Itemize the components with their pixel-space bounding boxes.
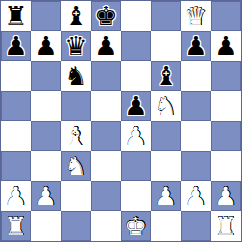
square-e8[interactable] [121,1,151,31]
black-knight-piece: ♞ [61,61,91,91]
square-c6[interactable]: ♞ [61,61,91,91]
square-a7[interactable]: ♟ [1,31,31,61]
white-bishop-piece: ♝♗ [61,121,91,151]
square-h6[interactable] [211,61,241,91]
square-f4[interactable] [151,121,181,151]
square-a5[interactable] [1,91,31,121]
square-b2[interactable]: ♟♙ [31,181,61,211]
square-d5[interactable] [91,91,121,121]
white-rook-piece: ♜♖ [211,211,241,241]
square-c4[interactable]: ♝♗ [61,121,91,151]
square-g2[interactable]: ♟♙ [181,181,211,211]
square-c5[interactable] [61,91,91,121]
square-h1[interactable]: ♜♖ [211,211,241,241]
white-pawn-piece: ♟♙ [211,181,241,211]
square-h2[interactable]: ♟♙ [211,181,241,211]
square-h3[interactable] [211,151,241,181]
square-d4[interactable] [91,121,121,151]
white-king-piece: ♚♔ [121,211,151,241]
chess-board-wrapper: ♜♝♚♛♕♟♟♛♟♟♟♞♝♟♞♘♝♗♟♙♞♘♟♙♟♙♟♙♟♙♟♙♜♖♚♔♜♖ [0,0,242,242]
square-f1[interactable] [151,211,181,241]
square-a3[interactable] [1,151,31,181]
black-pawn-piece: ♟ [1,31,31,61]
square-h4[interactable] [211,121,241,151]
square-g8[interactable]: ♛♕ [181,1,211,31]
square-b1[interactable] [31,211,61,241]
square-a8[interactable]: ♜ [1,1,31,31]
square-f3[interactable] [151,151,181,181]
black-pawn-piece: ♟ [211,31,241,61]
square-g5[interactable] [181,91,211,121]
square-h8[interactable] [211,1,241,31]
black-queen-piece: ♛ [61,31,91,61]
square-b5[interactable] [31,91,61,121]
square-b8[interactable] [31,1,61,31]
white-pawn-piece: ♟♙ [31,181,61,211]
square-f2[interactable]: ♟♙ [151,181,181,211]
square-f7[interactable] [151,31,181,61]
square-b7[interactable]: ♟ [31,31,61,61]
square-d2[interactable] [91,181,121,211]
black-pawn-piece: ♟ [121,91,151,121]
square-f5[interactable]: ♞♘ [151,91,181,121]
black-king-piece: ♚ [91,1,121,31]
square-g7[interactable]: ♟ [181,31,211,61]
square-c1[interactable] [61,211,91,241]
chess-board: ♜♝♚♛♕♟♟♛♟♟♟♞♝♟♞♘♝♗♟♙♞♘♟♙♟♙♟♙♟♙♟♙♜♖♚♔♜♖ [0,0,242,242]
square-f8[interactable] [151,1,181,31]
square-e2[interactable] [121,181,151,211]
square-b6[interactable] [31,61,61,91]
square-d6[interactable] [91,61,121,91]
square-d7[interactable]: ♟ [91,31,121,61]
square-a6[interactable] [1,61,31,91]
square-c8[interactable]: ♝ [61,1,91,31]
square-g6[interactable] [181,61,211,91]
square-e4[interactable]: ♟♙ [121,121,151,151]
square-c3[interactable]: ♞♘ [61,151,91,181]
white-pawn-piece: ♟♙ [181,181,211,211]
black-rook-piece: ♜ [1,1,31,31]
square-d3[interactable] [91,151,121,181]
square-e1[interactable]: ♚♔ [121,211,151,241]
square-b4[interactable] [31,121,61,151]
square-e3[interactable] [121,151,151,181]
square-f6[interactable]: ♝ [151,61,181,91]
white-pawn-piece: ♟♙ [151,181,181,211]
square-a1[interactable]: ♜♖ [1,211,31,241]
white-pawn-piece: ♟♙ [1,181,31,211]
white-knight-piece: ♞♘ [151,91,181,121]
black-bishop-piece: ♝ [151,61,181,91]
square-h5[interactable] [211,91,241,121]
black-pawn-piece: ♟ [181,31,211,61]
square-g1[interactable] [181,211,211,241]
black-pawn-piece: ♟ [91,31,121,61]
square-e6[interactable] [121,61,151,91]
white-knight-piece: ♞♘ [61,151,91,181]
square-a2[interactable]: ♟♙ [1,181,31,211]
square-d1[interactable] [91,211,121,241]
square-d8[interactable]: ♚ [91,1,121,31]
square-b3[interactable] [31,151,61,181]
white-pawn-piece: ♟♙ [121,121,151,151]
white-rook-piece: ♜♖ [1,211,31,241]
black-bishop-piece: ♝ [61,1,91,31]
black-pawn-piece: ♟ [31,31,61,61]
square-c2[interactable] [61,181,91,211]
square-h7[interactable]: ♟ [211,31,241,61]
square-g4[interactable] [181,121,211,151]
square-e5[interactable]: ♟ [121,91,151,121]
white-queen-piece: ♛♕ [181,1,211,31]
square-a4[interactable] [1,121,31,151]
square-c7[interactable]: ♛ [61,31,91,61]
square-e7[interactable] [121,31,151,61]
square-g3[interactable] [181,151,211,181]
